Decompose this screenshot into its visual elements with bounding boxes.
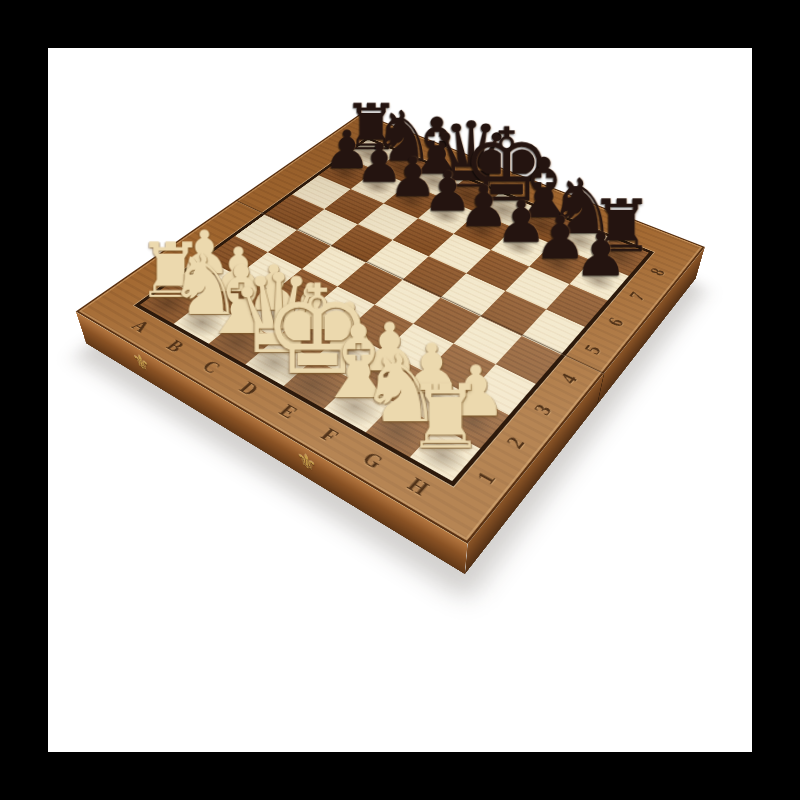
chess-box: ⚜ ⚜ ♜♞♝♛♚♝♞♜♟♟♟♟♟♟♟♟♟♟♟♟♟♟♟♟♜♞♝♛♚♝♞♜ ABC…: [76, 113, 705, 544]
black-pawn-glyph: ♟: [574, 224, 628, 284]
chess-board: ♜♞♝♛♚♝♞♜♟♟♟♟♟♟♟♟♟♟♟♟♟♟♟♟♜♞♝♛♚♝♞♜ ABCDEFG…: [76, 113, 705, 544]
scene: ⚜ ⚜ ♜♞♝♛♚♝♞♜♟♟♟♟♟♟♟♟♟♟♟♟♟♟♟♟♜♞♝♛♚♝♞♜ ABC…: [48, 48, 752, 752]
square-f6: [466, 250, 529, 291]
white-rook-glyph: ♜: [406, 372, 486, 461]
photo-background: ⚜ ⚜ ♜♞♝♛♚♝♞♜♟♟♟♟♟♟♟♟♟♟♟♟♟♟♟♟♜♞♝♛♚♝♞♜ ABC…: [48, 48, 752, 752]
